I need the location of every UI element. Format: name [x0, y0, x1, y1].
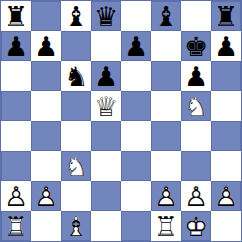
square-b2[interactable]: ♟♙ — [31, 181, 61, 211]
square-b4[interactable] — [31, 121, 61, 151]
white-rook: ♜♖ — [151, 211, 181, 241]
black-bishop: ♝ — [61, 1, 91, 31]
square-c4[interactable] — [61, 121, 91, 151]
square-a6[interactable] — [1, 61, 31, 91]
square-c3[interactable]: ♞♘ — [61, 151, 91, 181]
white-queen: ♛♕ — [91, 91, 121, 121]
square-h5[interactable] — [211, 91, 241, 121]
white-king: ♚♔ — [181, 211, 211, 241]
square-f1[interactable]: ♜♖ — [151, 211, 181, 241]
white-pawn: ♟♙ — [181, 181, 211, 211]
black-queen: ♛ — [91, 1, 121, 31]
square-g2[interactable]: ♟♙ — [181, 181, 211, 211]
square-b6[interactable] — [31, 61, 61, 91]
square-d7[interactable] — [91, 31, 121, 61]
square-e6[interactable] — [121, 61, 151, 91]
square-f7[interactable] — [151, 31, 181, 61]
square-h8[interactable]: ♜ — [211, 1, 241, 31]
square-d3[interactable] — [91, 151, 121, 181]
square-a1[interactable]: ♜♖ — [1, 211, 31, 241]
black-pawn: ♟ — [181, 61, 211, 91]
square-b5[interactable] — [31, 91, 61, 121]
square-f2[interactable]: ♟♙ — [151, 181, 181, 211]
white-pawn: ♟♙ — [151, 181, 181, 211]
square-a7[interactable]: ♟ — [1, 31, 31, 61]
black-pawn: ♟ — [91, 61, 121, 91]
square-h1[interactable] — [211, 211, 241, 241]
square-b3[interactable] — [31, 151, 61, 181]
square-h6[interactable] — [211, 61, 241, 91]
square-b7[interactable]: ♟ — [31, 31, 61, 61]
black-bishop: ♝ — [151, 1, 181, 31]
square-g7[interactable]: ♚ — [181, 31, 211, 61]
square-a2[interactable]: ♟♙ — [1, 181, 31, 211]
square-d5[interactable]: ♛♕ — [91, 91, 121, 121]
square-d6[interactable]: ♟ — [91, 61, 121, 91]
square-g4[interactable] — [181, 121, 211, 151]
black-pawn: ♟ — [31, 31, 61, 61]
square-e5[interactable] — [121, 91, 151, 121]
white-pawn: ♟♙ — [211, 181, 241, 211]
black-king: ♚ — [181, 31, 211, 61]
black-rook: ♜ — [1, 1, 31, 31]
square-g5[interactable]: ♞♘ — [181, 91, 211, 121]
square-g3[interactable] — [181, 151, 211, 181]
square-h3[interactable] — [211, 151, 241, 181]
white-knight: ♞♘ — [181, 91, 211, 121]
square-d8[interactable]: ♛ — [91, 1, 121, 31]
square-c1[interactable]: ♝♗ — [61, 211, 91, 241]
square-f3[interactable] — [151, 151, 181, 181]
square-c7[interactable] — [61, 31, 91, 61]
square-a5[interactable] — [1, 91, 31, 121]
black-knight: ♞ — [61, 61, 91, 91]
black-pawn: ♟ — [121, 31, 151, 61]
square-h4[interactable] — [211, 121, 241, 151]
white-pawn: ♟♙ — [31, 181, 61, 211]
black-pawn: ♟ — [1, 31, 31, 61]
square-g6[interactable]: ♟ — [181, 61, 211, 91]
square-a8[interactable]: ♜ — [1, 1, 31, 31]
square-c2[interactable] — [61, 181, 91, 211]
chess-board: ♜♝♛♝♜♟♟♟♚♟♞♟♟♛♕♞♘♞♘♟♙♟♙♟♙♟♙♟♙♜♖♝♗♜♖♚♔ — [0, 0, 242, 242]
square-b1[interactable] — [31, 211, 61, 241]
square-f6[interactable] — [151, 61, 181, 91]
white-pawn: ♟♙ — [1, 181, 31, 211]
square-g8[interactable] — [181, 1, 211, 31]
square-e4[interactable] — [121, 121, 151, 151]
square-a3[interactable] — [1, 151, 31, 181]
black-pawn: ♟ — [211, 31, 241, 61]
square-e7[interactable]: ♟ — [121, 31, 151, 61]
square-c6[interactable]: ♞ — [61, 61, 91, 91]
white-rook: ♜♖ — [1, 211, 31, 241]
square-e8[interactable] — [121, 1, 151, 31]
square-b8[interactable] — [31, 1, 61, 31]
white-bishop: ♝♗ — [61, 211, 91, 241]
white-knight: ♞♘ — [61, 151, 91, 181]
square-g1[interactable]: ♚♔ — [181, 211, 211, 241]
square-e2[interactable] — [121, 181, 151, 211]
square-a4[interactable] — [1, 121, 31, 151]
square-e3[interactable] — [121, 151, 151, 181]
square-d1[interactable] — [91, 211, 121, 241]
square-h7[interactable]: ♟ — [211, 31, 241, 61]
square-f8[interactable]: ♝ — [151, 1, 181, 31]
square-d2[interactable] — [91, 181, 121, 211]
square-f4[interactable] — [151, 121, 181, 151]
square-f5[interactable] — [151, 91, 181, 121]
square-c5[interactable] — [61, 91, 91, 121]
square-h2[interactable]: ♟♙ — [211, 181, 241, 211]
square-c8[interactable]: ♝ — [61, 1, 91, 31]
black-rook: ♜ — [211, 1, 241, 31]
square-d4[interactable] — [91, 121, 121, 151]
square-e1[interactable] — [121, 211, 151, 241]
